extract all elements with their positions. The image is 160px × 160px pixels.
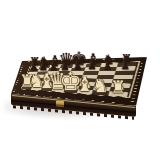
chess-set-photo[interactable]: ♜♞♝♛♚♝♞♜♟♟♟♟♟♟♟♟♟♟♟♟♟♟♟♟♜♞♝♛♚♝♞♜: [0, 0, 160, 160]
frame-ornament-top: [28, 58, 134, 62]
brass-clasp-icon: [56, 100, 64, 107]
